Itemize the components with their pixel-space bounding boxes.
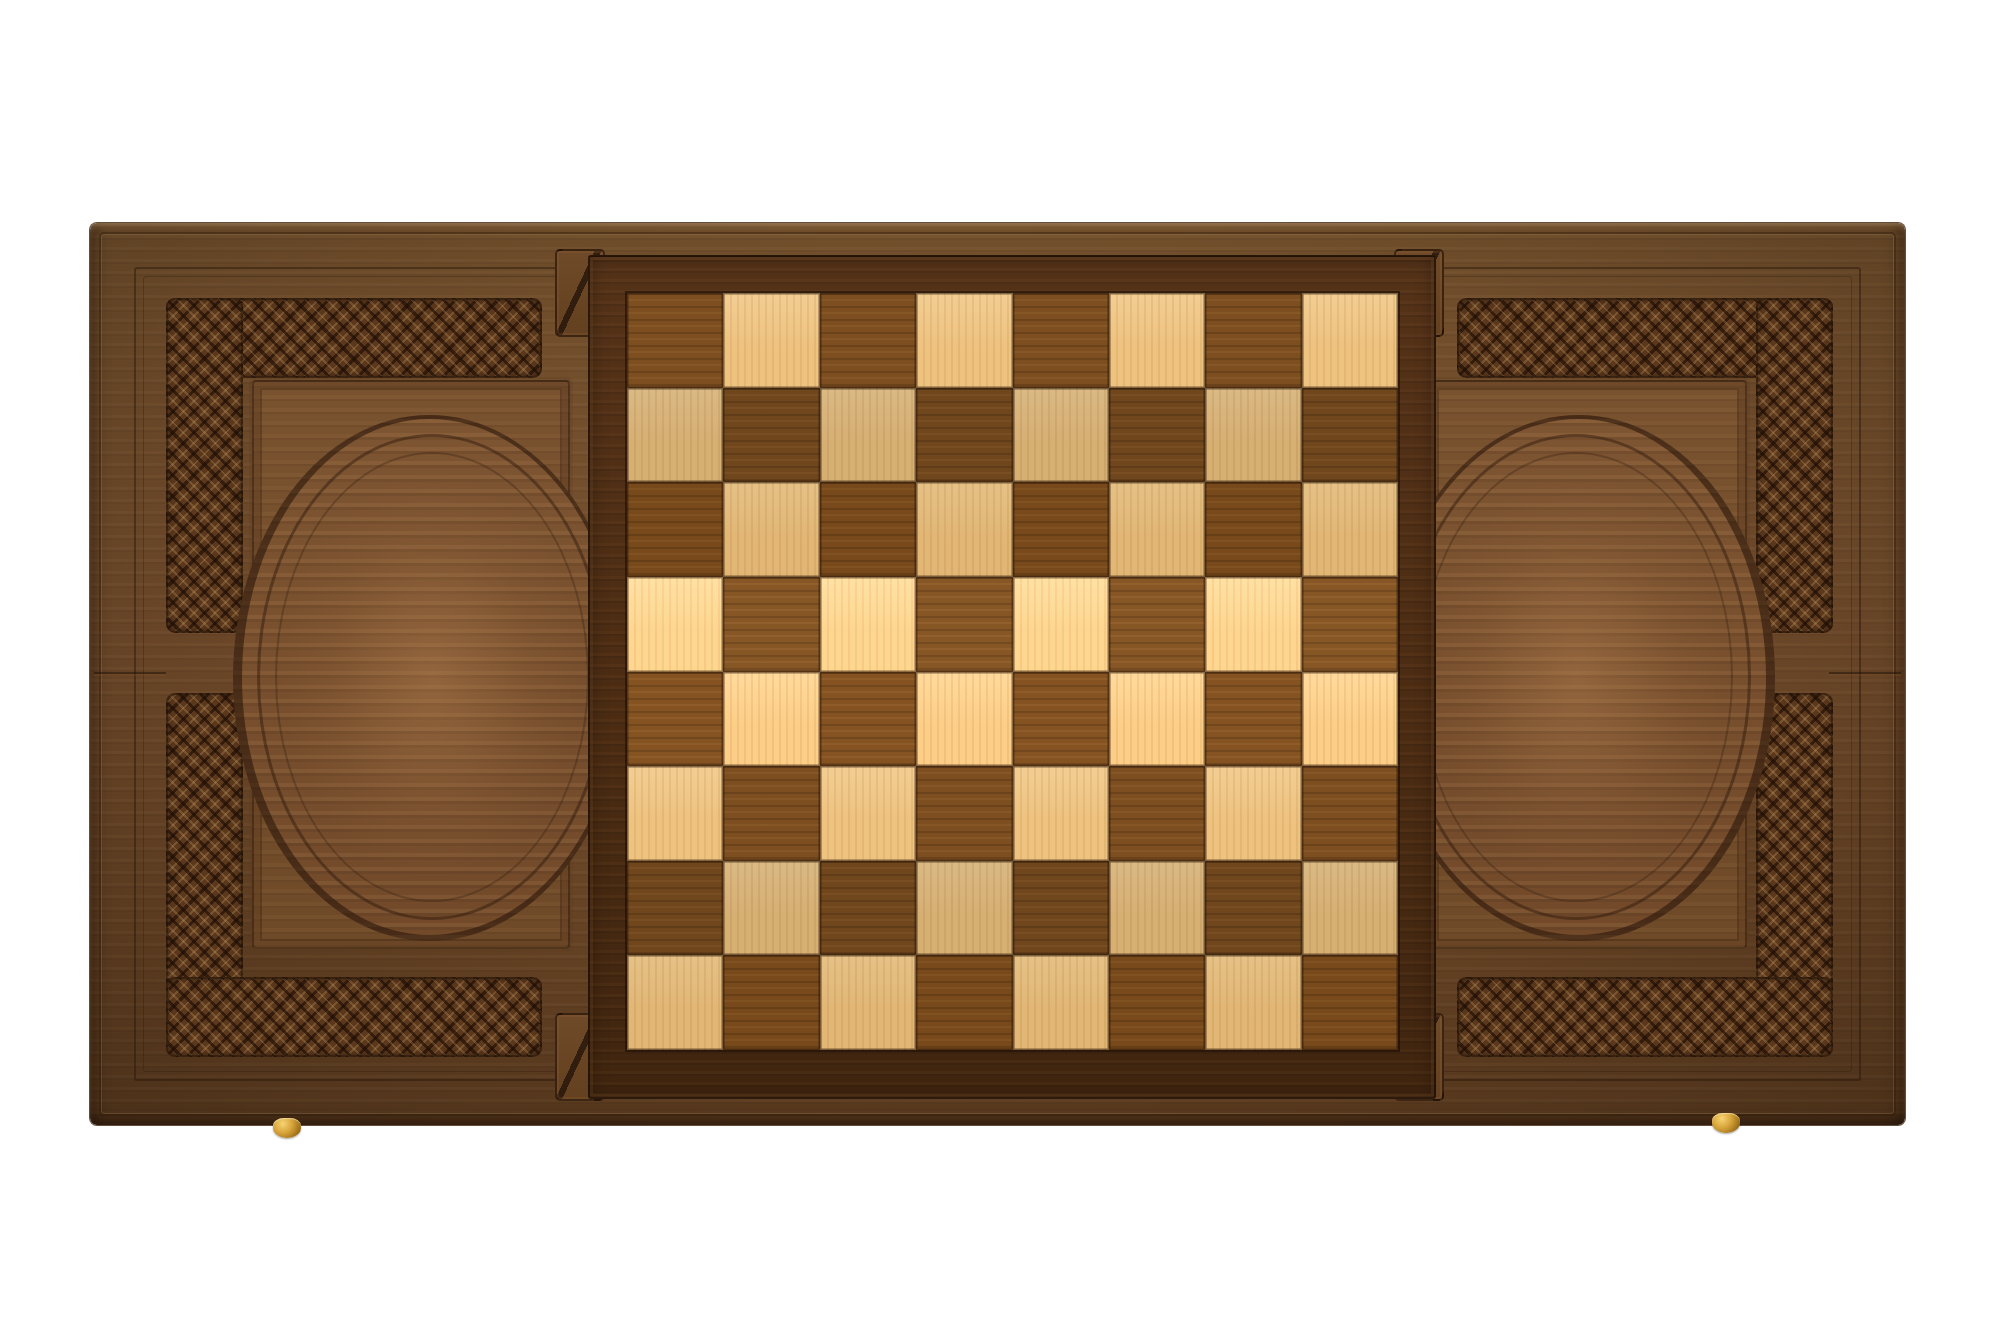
square-e6[interactable] [1013,482,1109,577]
square-c1[interactable] [820,955,916,1050]
square-f8[interactable] [1109,293,1205,388]
photo-background: { "game": "chess", "scene": { "object": … [0,0,2000,1333]
square-g5[interactable] [1205,577,1301,672]
square-g1[interactable] [1205,955,1301,1050]
celtic-knot-band-left-outer-upper [166,298,243,633]
square-c8[interactable] [820,293,916,388]
square-f4[interactable] [1109,672,1205,767]
square-b8[interactable] [723,293,819,388]
square-h1[interactable] [1302,955,1398,1050]
board-case [90,223,1905,1125]
celtic-knot-band-right-bottom [1457,977,1833,1057]
right-arch-medallion [1382,415,1775,941]
square-a2[interactable] [627,861,723,956]
square-b3[interactable] [723,766,819,861]
square-g6[interactable] [1205,482,1301,577]
brass-foot-left [273,1118,301,1138]
square-e3[interactable] [1013,766,1109,861]
square-a4[interactable] [627,672,723,767]
square-f1[interactable] [1109,955,1205,1050]
square-c2[interactable] [820,861,916,956]
square-d7[interactable] [916,388,1012,483]
square-b1[interactable] [723,955,819,1050]
square-d5[interactable] [916,577,1012,672]
square-f3[interactable] [1109,766,1205,861]
square-c5[interactable] [820,577,916,672]
square-h4[interactable] [1302,672,1398,767]
square-g3[interactable] [1205,766,1301,861]
chessboard[interactable] [627,293,1398,1050]
square-e1[interactable] [1013,955,1109,1050]
square-d2[interactable] [916,861,1012,956]
square-a1[interactable] [627,955,723,1050]
square-e8[interactable] [1013,293,1109,388]
square-b4[interactable] [723,672,819,767]
square-d6[interactable] [916,482,1012,577]
square-e4[interactable] [1013,672,1109,767]
square-a8[interactable] [627,293,723,388]
square-a3[interactable] [627,766,723,861]
square-h6[interactable] [1302,482,1398,577]
right-mid-seam-groove [1829,672,1901,676]
square-g4[interactable] [1205,672,1301,767]
square-h3[interactable] [1302,766,1398,861]
square-c4[interactable] [820,672,916,767]
square-h5[interactable] [1302,577,1398,672]
chessboard-panel [588,255,1436,1099]
square-d3[interactable] [916,766,1012,861]
square-a6[interactable] [627,482,723,577]
square-e7[interactable] [1013,388,1109,483]
square-f5[interactable] [1109,577,1205,672]
square-h8[interactable] [1302,293,1398,388]
square-c7[interactable] [820,388,916,483]
square-b5[interactable] [723,577,819,672]
square-c3[interactable] [820,766,916,861]
square-f7[interactable] [1109,388,1205,483]
square-e5[interactable] [1013,577,1109,672]
square-g7[interactable] [1205,388,1301,483]
square-h2[interactable] [1302,861,1398,956]
square-d8[interactable] [916,293,1012,388]
square-f2[interactable] [1109,861,1205,956]
square-a5[interactable] [627,577,723,672]
square-d1[interactable] [916,955,1012,1050]
celtic-knot-band-left-bottom [166,977,542,1057]
square-e2[interactable] [1013,861,1109,956]
square-b7[interactable] [723,388,819,483]
square-a7[interactable] [627,388,723,483]
brass-foot-right [1712,1113,1740,1133]
square-b6[interactable] [723,482,819,577]
left-mid-seam-groove [94,672,166,676]
square-g2[interactable] [1205,861,1301,956]
square-h7[interactable] [1302,388,1398,483]
square-b2[interactable] [723,861,819,956]
square-f6[interactable] [1109,482,1205,577]
square-g8[interactable] [1205,293,1301,388]
left-arch-medallion [233,415,626,941]
celtic-knot-band-right-outer-upper [1756,298,1833,633]
square-c6[interactable] [820,482,916,577]
square-d4[interactable] [916,672,1012,767]
